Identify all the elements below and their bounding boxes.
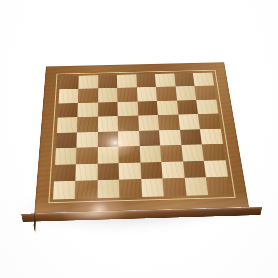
square-d1 — [119, 179, 142, 197]
square-c4 — [97, 131, 118, 147]
square-d5 — [118, 116, 139, 131]
square-c7 — [98, 88, 118, 102]
square-e8 — [136, 74, 156, 88]
square-f8 — [155, 73, 175, 87]
square-h7 — [194, 85, 215, 99]
square-f5 — [158, 115, 180, 130]
square-e2 — [140, 162, 163, 179]
square-c3 — [97, 147, 118, 164]
square-e5 — [138, 115, 159, 130]
square-e7 — [137, 87, 157, 101]
square-h5 — [198, 114, 220, 129]
square-d4 — [118, 131, 139, 147]
square-h3 — [202, 144, 225, 161]
square-d8 — [117, 74, 137, 88]
square-d3 — [118, 146, 140, 163]
square-a7 — [58, 89, 78, 103]
product-photo — [0, 0, 278, 278]
square-g4 — [179, 129, 201, 145]
square-h6 — [196, 99, 218, 114]
square-h8 — [193, 72, 214, 86]
square-b2 — [75, 163, 97, 180]
board-grid — [52, 72, 230, 199]
square-g8 — [174, 73, 195, 87]
square-h4 — [200, 128, 223, 144]
square-a1 — [52, 181, 75, 199]
square-a2 — [53, 164, 75, 182]
square-a8 — [59, 75, 79, 89]
square-g6 — [177, 100, 198, 115]
square-e6 — [137, 101, 158, 116]
square-b3 — [76, 147, 98, 164]
square-a4 — [55, 132, 77, 148]
square-f7 — [156, 86, 177, 100]
square-b4 — [76, 132, 97, 148]
square-c1 — [97, 180, 119, 198]
square-c8 — [98, 74, 117, 88]
square-f1 — [162, 178, 185, 196]
square-b5 — [77, 117, 98, 133]
square-h1 — [206, 177, 230, 195]
square-b6 — [77, 102, 97, 117]
square-e1 — [141, 178, 164, 196]
square-g3 — [181, 144, 204, 161]
square-d2 — [119, 162, 141, 179]
square-d6 — [117, 101, 137, 116]
square-b8 — [78, 75, 98, 89]
board-frame — [34, 62, 249, 213]
square-a3 — [54, 148, 76, 165]
square-b1 — [75, 180, 97, 198]
square-d7 — [117, 87, 137, 101]
square-g2 — [183, 160, 206, 177]
square-g1 — [184, 177, 208, 195]
square-g7 — [175, 86, 196, 100]
chess-board — [34, 62, 249, 213]
square-f4 — [159, 129, 181, 145]
square-h2 — [204, 160, 228, 177]
square-f6 — [157, 100, 178, 115]
square-a6 — [57, 103, 78, 118]
square-g5 — [178, 114, 200, 129]
square-c5 — [97, 116, 118, 131]
square-c6 — [98, 102, 118, 117]
square-b7 — [78, 88, 98, 102]
square-f3 — [160, 145, 182, 162]
square-f2 — [161, 161, 184, 178]
square-e3 — [139, 145, 161, 162]
square-e4 — [139, 130, 161, 146]
square-c2 — [97, 163, 119, 180]
square-a5 — [56, 117, 77, 133]
